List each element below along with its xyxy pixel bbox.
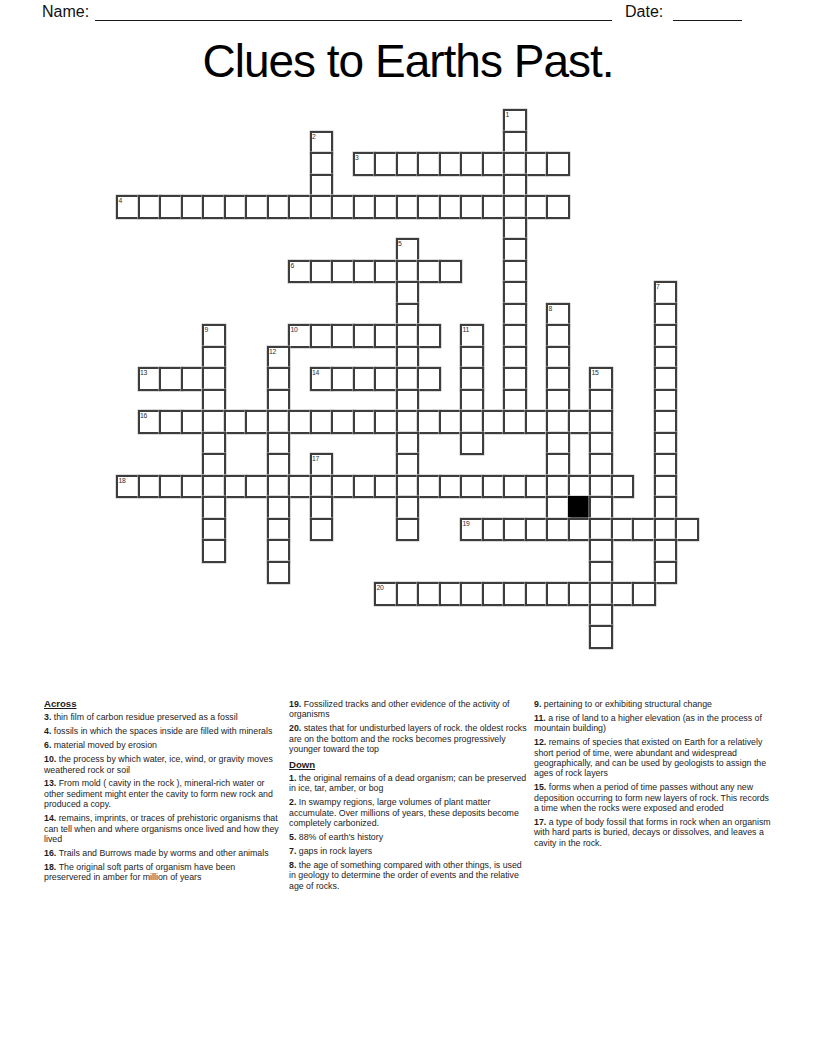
grid-cell[interactable] xyxy=(353,324,377,348)
clue-across-16: 16. Trails and Burrows made by worms and… xyxy=(44,848,282,858)
grid-cell[interactable] xyxy=(589,410,613,434)
grid-cell[interactable] xyxy=(138,195,162,219)
clue-number-15: 15 xyxy=(592,369,599,376)
crossword-grid: 1234567891011121314151617181920 xyxy=(116,109,697,647)
grid-cell[interactable] xyxy=(654,410,678,434)
clue-number-18: 18 xyxy=(119,477,126,484)
grid-cell[interactable] xyxy=(439,410,463,434)
grid-cell[interactable] xyxy=(288,475,312,499)
grid-cell[interactable] xyxy=(159,367,183,391)
grid-cell[interactable] xyxy=(374,260,398,284)
grid-cell[interactable] xyxy=(460,195,484,219)
grid-cell[interactable] xyxy=(331,324,355,348)
grid-cell[interactable] xyxy=(503,303,527,327)
grid-cell[interactable] xyxy=(202,432,226,456)
clue-down-7: 7. gaps in rock layers xyxy=(289,846,531,856)
grid-cell[interactable] xyxy=(267,432,291,456)
grid-cell[interactable] xyxy=(503,281,527,305)
grid-cell[interactable] xyxy=(288,195,312,219)
grid-cell[interactable] xyxy=(245,475,269,499)
grid-cell[interactable] xyxy=(202,367,226,391)
grid-cell[interactable] xyxy=(460,582,484,606)
grid-cell[interactable] xyxy=(482,582,506,606)
clue-down-1: 1. the original remains of a dead organi… xyxy=(289,773,531,794)
clue-column-1: Across 3. thin film of carbon residue pr… xyxy=(44,699,282,886)
clue-number-12: 12 xyxy=(269,348,276,355)
grid-cell[interactable] xyxy=(267,453,291,477)
grid-cell[interactable] xyxy=(331,475,355,499)
grid-cell[interactable] xyxy=(138,475,162,499)
grid-cell[interactable] xyxy=(482,195,506,219)
grid-cell[interactable] xyxy=(159,195,183,219)
grid-cell[interactable] xyxy=(331,260,355,284)
grid-cell[interactable] xyxy=(503,518,527,542)
grid-cell[interactable] xyxy=(267,539,291,563)
grid-cell[interactable] xyxy=(396,582,420,606)
grid-cell[interactable] xyxy=(331,367,355,391)
grid-cell[interactable] xyxy=(482,410,506,434)
grid-cell[interactable] xyxy=(396,389,420,413)
clue-number-5: 5 xyxy=(398,240,401,247)
grid-cell[interactable] xyxy=(396,496,420,520)
grid-cell[interactable] xyxy=(568,475,592,499)
date-label: Date: xyxy=(625,3,663,21)
grid-cell[interactable] xyxy=(546,410,570,434)
grid-cell[interactable] xyxy=(181,475,205,499)
grid-cell[interactable] xyxy=(546,324,570,348)
grid-cell[interactable] xyxy=(589,496,613,520)
grid-cell[interactable] xyxy=(503,152,527,176)
clue-number-9: 9 xyxy=(205,326,208,333)
grid-cell[interactable] xyxy=(374,367,398,391)
clue-down-15: 15. forms when a period of time passes w… xyxy=(534,782,774,813)
grid-cell[interactable] xyxy=(503,410,527,434)
grid-cell[interactable] xyxy=(460,346,484,370)
clue-across-10: 10. the process by which water, ice, win… xyxy=(44,754,282,775)
grid-cell[interactable] xyxy=(224,195,248,219)
grid-cell[interactable] xyxy=(310,324,334,348)
grid-cell[interactable] xyxy=(568,518,592,542)
clue-across-4: 4. fossils in which the spaces inside ar… xyxy=(44,726,282,736)
grid-cell[interactable] xyxy=(439,195,463,219)
grid-cell[interactable] xyxy=(589,475,613,499)
clue-down-8: 8. the age of something compared with ot… xyxy=(289,860,531,891)
grid-cell[interactable] xyxy=(396,410,420,434)
grid-cell[interactable] xyxy=(589,432,613,456)
grid-cell[interactable] xyxy=(589,539,613,563)
grid-cell[interactable] xyxy=(482,518,506,542)
grid-cell[interactable] xyxy=(417,582,441,606)
grid-cell[interactable] xyxy=(202,346,226,370)
grid-cell[interactable] xyxy=(202,389,226,413)
grid-cell[interactable] xyxy=(460,432,484,456)
clue-number-6: 6 xyxy=(291,262,294,269)
grid-cell[interactable] xyxy=(503,238,527,262)
grid-cell[interactable] xyxy=(331,410,355,434)
grid-cell[interactable] xyxy=(589,625,613,649)
grid-cell[interactable] xyxy=(396,260,420,284)
grid-cell[interactable] xyxy=(525,152,549,176)
grid-cell[interactable] xyxy=(396,432,420,456)
grid-cell[interactable] xyxy=(202,475,226,499)
grid-cell[interactable] xyxy=(245,195,269,219)
clue-number-16: 16 xyxy=(140,412,147,419)
grid-cell[interactable] xyxy=(546,582,570,606)
grid-cell[interactable] xyxy=(288,410,312,434)
grid-cell[interactable] xyxy=(374,324,398,348)
grid-cell[interactable] xyxy=(503,475,527,499)
grid-cell[interactable] xyxy=(503,217,527,241)
clue-down-2: 2. In swampy regions, large volumes of p… xyxy=(289,797,531,828)
grid-cell[interactable] xyxy=(460,152,484,176)
grid-cell[interactable] xyxy=(396,303,420,327)
grid-cell[interactable] xyxy=(267,389,291,413)
grid-cell[interactable] xyxy=(460,389,484,413)
grid-cell[interactable] xyxy=(310,496,334,520)
grid-cell[interactable] xyxy=(654,475,678,499)
grid-cell[interactable] xyxy=(525,195,549,219)
clue-across-20: 20. states that for undisturbed layers o… xyxy=(289,723,531,754)
grid-cell[interactable] xyxy=(439,260,463,284)
grid-cell[interactable] xyxy=(654,453,678,477)
grid-cell[interactable] xyxy=(202,453,226,477)
grid-cell[interactable] xyxy=(396,346,420,370)
grid-cell[interactable] xyxy=(310,475,334,499)
name-blank-line[interactable] xyxy=(95,20,612,21)
clue-down-11: 11. a rise of land to a higher elevation… xyxy=(534,713,774,734)
grid-cell[interactable] xyxy=(654,367,678,391)
grid-cell[interactable] xyxy=(202,539,226,563)
grid-cell[interactable] xyxy=(439,475,463,499)
grid-cell[interactable] xyxy=(396,518,420,542)
grid-cell[interactable] xyxy=(525,518,549,542)
down-clues-part2: 9. pertaining to or exhibiting structura… xyxy=(534,699,774,848)
grid-cell[interactable] xyxy=(353,410,377,434)
grid-cell[interactable] xyxy=(310,260,334,284)
clue-number-10: 10 xyxy=(291,326,298,333)
grid-cell[interactable] xyxy=(245,410,269,434)
grid-cell[interactable] xyxy=(654,518,678,542)
clue-number-20: 20 xyxy=(377,584,384,591)
grid-cell[interactable] xyxy=(396,195,420,219)
grid-cell[interactable] xyxy=(503,389,527,413)
grid-cell[interactable] xyxy=(589,389,613,413)
grid-cell[interactable] xyxy=(267,367,291,391)
grid-cell[interactable] xyxy=(417,367,441,391)
across-clues-part1: 3. thin film of carbon residue preserved… xyxy=(44,712,282,882)
grid-cell[interactable] xyxy=(159,410,183,434)
grid-cell[interactable] xyxy=(525,582,549,606)
clue-down-17: 17. a type of body fossil that forms in … xyxy=(534,817,774,848)
grid-cell[interactable] xyxy=(310,152,334,176)
clue-across-6: 6. material moved by erosion xyxy=(44,740,282,750)
grid-cell[interactable] xyxy=(546,496,570,520)
grid-cell[interactable] xyxy=(310,410,334,434)
grid-cell[interactable] xyxy=(224,410,248,434)
grid-cell[interactable] xyxy=(546,367,570,391)
grid-cell[interactable] xyxy=(654,432,678,456)
clue-column-3: 9. pertaining to or exhibiting structura… xyxy=(534,699,774,852)
grid-cell[interactable] xyxy=(396,453,420,477)
grid-cell[interactable] xyxy=(396,152,420,176)
grid-cell[interactable] xyxy=(353,195,377,219)
worksheet-page: Name: Date: Clues to Earths Past. 123456… xyxy=(0,0,816,1056)
grid-cell[interactable] xyxy=(503,260,527,284)
clue-number-4: 4 xyxy=(119,197,122,204)
grid-cell[interactable] xyxy=(546,475,570,499)
grid-cell[interactable] xyxy=(654,539,678,563)
grid-cell[interactable] xyxy=(396,324,420,348)
clue-number-17: 17 xyxy=(312,455,319,462)
grid-cell[interactable] xyxy=(589,604,613,628)
across-header: Across xyxy=(44,699,282,709)
grid-cell[interactable] xyxy=(310,174,334,198)
grid-cell[interactable] xyxy=(654,324,678,348)
grid-cell[interactable] xyxy=(546,195,570,219)
down-clues-part1: 1. the original remains of a dead organi… xyxy=(289,773,531,891)
clue-across-13: 13. From mold ( cavity in the rock ), mi… xyxy=(44,778,282,809)
grid-cell[interactable] xyxy=(503,131,527,155)
grid-cell[interactable] xyxy=(353,475,377,499)
grid-cell[interactable] xyxy=(417,475,441,499)
grid-cell[interactable] xyxy=(202,496,226,520)
across-clues-part2: 19. Fossilized tracks and other evidence… xyxy=(289,699,531,755)
grid-cell[interactable] xyxy=(568,410,592,434)
grid-cell[interactable] xyxy=(417,195,441,219)
date-blank-line[interactable] xyxy=(673,20,742,21)
grid-cell[interactable] xyxy=(503,346,527,370)
grid-cell[interactable] xyxy=(546,432,570,456)
grid-cell[interactable] xyxy=(589,518,613,542)
grid-cell[interactable] xyxy=(482,475,506,499)
grid-cell[interactable] xyxy=(654,346,678,370)
grid-cell[interactable] xyxy=(503,324,527,348)
clue-number-13: 13 xyxy=(140,369,147,376)
clue-down-12: 12. remains of species that existed on E… xyxy=(534,737,774,779)
clue-down-5: 5. 88% of earth's history xyxy=(289,832,531,842)
page-title: Clues to Earths Past. xyxy=(0,34,816,88)
grid-cell[interactable] xyxy=(632,518,656,542)
grid-cell[interactable] xyxy=(503,195,527,219)
clue-across-19: 19. Fossilized tracks and other evidence… xyxy=(289,699,531,720)
grid-cell[interactable] xyxy=(611,582,635,606)
grid-cell[interactable] xyxy=(546,346,570,370)
clue-number-11: 11 xyxy=(463,326,469,333)
grid-cell[interactable] xyxy=(202,518,226,542)
clue-number-2: 2 xyxy=(312,133,315,140)
black-cell xyxy=(568,496,592,520)
grid-cell[interactable] xyxy=(159,475,183,499)
grid-cell[interactable] xyxy=(611,518,635,542)
grid-cell[interactable] xyxy=(417,260,441,284)
grid-cell[interactable] xyxy=(568,582,592,606)
down-header: Down xyxy=(289,760,531,770)
grid-cell[interactable] xyxy=(267,195,291,219)
grid-cell[interactable] xyxy=(654,389,678,413)
grid-cell[interactable] xyxy=(181,195,205,219)
grid-cell[interactable] xyxy=(396,475,420,499)
grid-cell[interactable] xyxy=(525,475,549,499)
grid-cell[interactable] xyxy=(353,367,377,391)
clue-across-14: 14. remains, imprints, or traces of preh… xyxy=(44,813,282,844)
clue-number-19: 19 xyxy=(463,520,470,527)
grid-cell[interactable] xyxy=(611,475,635,499)
clue-across-3: 3. thin film of carbon residue preserved… xyxy=(44,712,282,722)
grid-cell[interactable] xyxy=(460,475,484,499)
grid-cell[interactable] xyxy=(503,174,527,198)
grid-cell[interactable] xyxy=(267,518,291,542)
grid-cell[interactable] xyxy=(267,475,291,499)
grid-cell[interactable] xyxy=(439,582,463,606)
grid-cell[interactable] xyxy=(503,367,527,391)
grid-cell[interactable] xyxy=(374,152,398,176)
grid-cell[interactable] xyxy=(353,260,377,284)
grid-cell[interactable] xyxy=(654,561,678,585)
grid-cell[interactable] xyxy=(396,367,420,391)
grid-cell[interactable] xyxy=(546,518,570,542)
grid-cell[interactable] xyxy=(417,410,441,434)
grid-cell[interactable] xyxy=(181,367,205,391)
grid-cell[interactable] xyxy=(482,152,506,176)
name-label: Name: xyxy=(42,3,89,21)
clue-number-14: 14 xyxy=(312,369,319,376)
grid-cell[interactable] xyxy=(310,195,334,219)
grid-cell[interactable] xyxy=(439,152,463,176)
grid-cell[interactable] xyxy=(267,496,291,520)
grid-cell[interactable] xyxy=(589,582,613,606)
clue-number-7: 7 xyxy=(656,283,659,290)
grid-cell[interactable] xyxy=(675,518,699,542)
grid-cell[interactable] xyxy=(202,195,226,219)
grid-cell[interactable] xyxy=(310,518,334,542)
grid-cell[interactable] xyxy=(181,410,205,434)
clue-number-8: 8 xyxy=(549,305,552,312)
clue-column-2: 19. Fossilized tracks and other evidence… xyxy=(289,699,531,895)
grid-cell[interactable] xyxy=(632,582,656,606)
grid-cell[interactable] xyxy=(417,324,441,348)
grid-cell[interactable] xyxy=(417,152,441,176)
grid-cell[interactable] xyxy=(589,561,613,585)
grid-cell[interactable] xyxy=(267,410,291,434)
grid-cell[interactable] xyxy=(267,561,291,585)
grid-cell[interactable] xyxy=(460,367,484,391)
grid-cell[interactable] xyxy=(546,152,570,176)
grid-cell[interactable] xyxy=(374,475,398,499)
grid-cell[interactable] xyxy=(396,281,420,305)
grid-cell[interactable] xyxy=(374,410,398,434)
grid-cell[interactable] xyxy=(546,389,570,413)
grid-cell[interactable] xyxy=(546,453,570,477)
clue-across-18: 18. The original soft parts of organism … xyxy=(44,862,282,883)
grid-cell[interactable] xyxy=(503,582,527,606)
clue-number-1: 1 xyxy=(506,111,509,118)
grid-cell[interactable] xyxy=(654,303,678,327)
grid-cell[interactable] xyxy=(374,195,398,219)
clue-down-9: 9. pertaining to or exhibiting structura… xyxy=(534,699,774,709)
grid-cell[interactable] xyxy=(202,410,226,434)
grid-cell[interactable] xyxy=(224,475,248,499)
grid-cell[interactable] xyxy=(331,195,355,219)
clue-number-3: 3 xyxy=(355,154,358,161)
grid-cell[interactable] xyxy=(589,453,613,477)
grid-cell[interactable] xyxy=(460,410,484,434)
grid-cell[interactable] xyxy=(654,496,678,520)
grid-cell[interactable] xyxy=(525,410,549,434)
